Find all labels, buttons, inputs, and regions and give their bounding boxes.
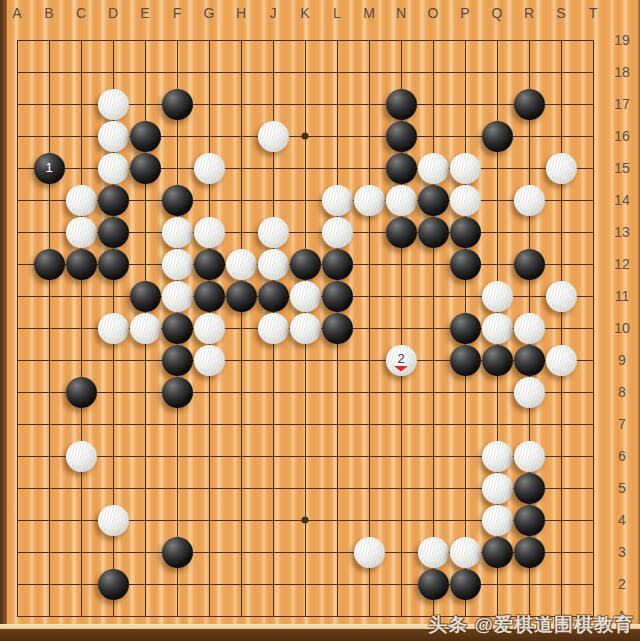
stone-white-L13 xyxy=(322,217,353,248)
stone-white-E10 xyxy=(130,313,161,344)
board-left-edge xyxy=(0,0,7,641)
stone-white-R6 xyxy=(514,441,545,472)
row-label-4: 4 xyxy=(604,512,640,528)
column-label-K: K xyxy=(300,5,309,21)
stone-black-Q3 xyxy=(482,537,513,568)
stone-black-L12 xyxy=(322,249,353,280)
stone-black-J11 xyxy=(258,281,289,312)
stone-white-J13 xyxy=(258,217,289,248)
stone-black-D14 xyxy=(98,185,129,216)
stone-white-M3 xyxy=(354,537,385,568)
star-point-K16 xyxy=(302,133,309,140)
stone-white-C14 xyxy=(66,185,97,216)
stone-black-B12 xyxy=(34,249,65,280)
stone-white-F13 xyxy=(162,217,193,248)
stone-white-O3 xyxy=(418,537,449,568)
stone-black-O14 xyxy=(418,185,449,216)
stone-white-D17 xyxy=(98,89,129,120)
stone-black-C8 xyxy=(66,377,97,408)
stone-white-L14 xyxy=(322,185,353,216)
row-label-17: 17 xyxy=(604,96,640,112)
stone-white-Q5 xyxy=(482,473,513,504)
stone-white-P15 xyxy=(450,153,481,184)
row-label-16: 16 xyxy=(604,128,640,144)
stone-black-D2 xyxy=(98,569,129,600)
stone-white-D15 xyxy=(98,153,129,184)
stone-white-O15 xyxy=(418,153,449,184)
column-label-O: O xyxy=(428,5,439,21)
stone-black-G12 xyxy=(194,249,225,280)
stone-white-G13 xyxy=(194,217,225,248)
stone-black-R5 xyxy=(514,473,545,504)
column-label-S: S xyxy=(556,5,565,21)
stone-white-K10 xyxy=(290,313,321,344)
stone-white-J12 xyxy=(258,249,289,280)
stone-white-Q4 xyxy=(482,505,513,536)
stone-black-F14 xyxy=(162,185,193,216)
stone-white-Q11 xyxy=(482,281,513,312)
stone-white-C6 xyxy=(66,441,97,472)
stone-white-P3 xyxy=(450,537,481,568)
row-label-8: 8 xyxy=(604,384,640,400)
stone-black-E15 xyxy=(130,153,161,184)
stone-black-R9 xyxy=(514,345,545,376)
stone-white-R10 xyxy=(514,313,545,344)
stone-black-O13 xyxy=(418,217,449,248)
column-label-T: T xyxy=(589,5,598,21)
column-label-R: R xyxy=(524,5,534,21)
stone-white-Q10 xyxy=(482,313,513,344)
stone-white-Q6 xyxy=(482,441,513,472)
stone-black-F17 xyxy=(162,89,193,120)
column-label-F: F xyxy=(173,5,182,21)
stone-black-R4 xyxy=(514,505,545,536)
stone-black-D13 xyxy=(98,217,129,248)
stone-white-D16 xyxy=(98,121,129,152)
column-label-A: A xyxy=(12,5,21,21)
stone-white-F12 xyxy=(162,249,193,280)
stone-black-Q16 xyxy=(482,121,513,152)
stone-white-G15 xyxy=(194,153,225,184)
star-point-K4 xyxy=(302,517,309,524)
stone-black-F8 xyxy=(162,377,193,408)
stone-white-M14 xyxy=(354,185,385,216)
stone-black-E16 xyxy=(130,121,161,152)
stone-black-P10 xyxy=(450,313,481,344)
row-label-11: 11 xyxy=(604,288,640,304)
row-label-18: 18 xyxy=(604,64,640,80)
stone-black-Q9 xyxy=(482,345,513,376)
stone-white-S11 xyxy=(546,281,577,312)
stone-black-R3 xyxy=(514,537,545,568)
stone-white-G10 xyxy=(194,313,225,344)
column-label-J: J xyxy=(270,5,277,21)
row-label-6: 6 xyxy=(604,448,640,464)
stone-black-L10 xyxy=(322,313,353,344)
column-label-B: B xyxy=(44,5,53,21)
column-label-L: L xyxy=(333,5,341,21)
stone-black-O2 xyxy=(418,569,449,600)
stone-black-P12 xyxy=(450,249,481,280)
column-label-G: G xyxy=(204,5,215,21)
column-label-D: D xyxy=(108,5,118,21)
stone-white-R14 xyxy=(514,185,545,216)
stone-black-K12 xyxy=(290,249,321,280)
column-label-P: P xyxy=(460,5,469,21)
stone-white-F11 xyxy=(162,281,193,312)
column-label-M: M xyxy=(363,5,375,21)
row-label-9: 9 xyxy=(604,352,640,368)
stone-black-N15 xyxy=(386,153,417,184)
stone-white-R8 xyxy=(514,377,545,408)
column-label-E: E xyxy=(140,5,149,21)
column-label-Q: Q xyxy=(492,5,503,21)
column-label-N: N xyxy=(396,5,406,21)
stone-black-E11 xyxy=(130,281,161,312)
stone-white-K11 xyxy=(290,281,321,312)
go-diagram: ABCDEFGHJKLMNOPQRST 19181716151413121110… xyxy=(0,0,640,641)
stone-black-N17 xyxy=(386,89,417,120)
stone-black-F9 xyxy=(162,345,193,376)
stone-white-D4 xyxy=(98,505,129,536)
row-label-3: 3 xyxy=(604,544,640,560)
row-label-19: 19 xyxy=(604,32,640,48)
stone-black-F3 xyxy=(162,537,193,568)
row-label-12: 12 xyxy=(604,256,640,272)
column-label-C: C xyxy=(76,5,86,21)
stone-white-H12 xyxy=(226,249,257,280)
stone-black-P13 xyxy=(450,217,481,248)
row-label-13: 13 xyxy=(604,224,640,240)
stone-white-N9: 2 xyxy=(386,345,417,376)
stone-white-G9 xyxy=(194,345,225,376)
stone-black-P2 xyxy=(450,569,481,600)
row-label-10: 10 xyxy=(604,320,640,336)
stone-white-C13 xyxy=(66,217,97,248)
stone-black-R17 xyxy=(514,89,545,120)
stone-black-L11 xyxy=(322,281,353,312)
move-number-label-1: 1 xyxy=(34,153,65,184)
stone-black-G11 xyxy=(194,281,225,312)
stone-black-B15: 1 xyxy=(34,153,65,184)
stone-black-C12 xyxy=(66,249,97,280)
stone-white-S9 xyxy=(546,345,577,376)
stone-black-R12 xyxy=(514,249,545,280)
stone-black-P9 xyxy=(450,345,481,376)
stone-black-F10 xyxy=(162,313,193,344)
stone-black-N16 xyxy=(386,121,417,152)
stone-white-J10 xyxy=(258,313,289,344)
stone-black-D12 xyxy=(98,249,129,280)
row-label-5: 5 xyxy=(604,480,640,496)
stone-white-P14 xyxy=(450,185,481,216)
row-label-2: 2 xyxy=(604,576,640,592)
stone-white-S15 xyxy=(546,153,577,184)
column-label-H: H xyxy=(236,5,246,21)
row-label-14: 14 xyxy=(604,192,640,208)
row-label-7: 7 xyxy=(604,416,640,432)
stone-white-J16 xyxy=(258,121,289,152)
stone-white-N14 xyxy=(386,185,417,216)
stone-white-D10 xyxy=(98,313,129,344)
stone-black-H11 xyxy=(226,281,257,312)
row-label-15: 15 xyxy=(604,160,640,176)
stone-black-N13 xyxy=(386,217,417,248)
watermark: 头条 @爱棋道围棋教育 xyxy=(428,612,634,638)
